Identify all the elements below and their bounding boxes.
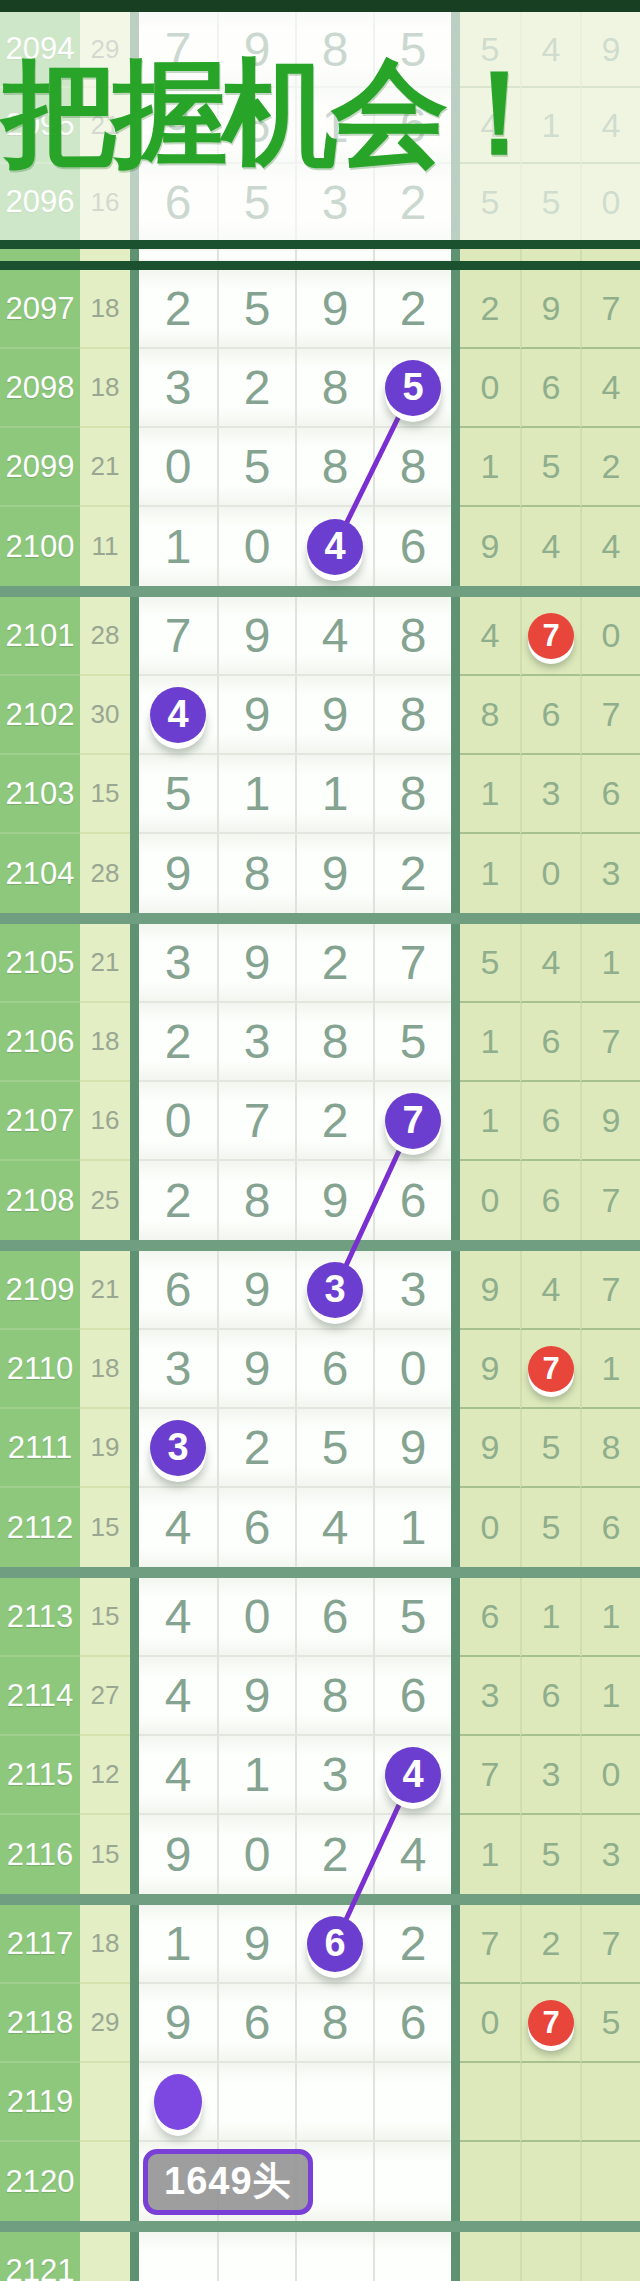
sum-cell: 30 <box>80 676 130 755</box>
table-row: 2103 15 5 1 1 8 1 3 6 <box>0 755 640 834</box>
digit-cell-3: 8 <box>295 1984 373 2063</box>
digit-cell-1: 3 <box>139 924 217 1003</box>
digit-cell-3: 3 <box>295 1736 373 1815</box>
table-row: 2118 29 9 6 8 6 0 7 5 <box>0 1984 640 2063</box>
extra-cell-3: 1 <box>580 1657 640 1736</box>
extra-cell-1: 1 <box>460 428 520 507</box>
digit-cell-2: 5 <box>217 270 295 349</box>
block-border-right <box>451 270 460 349</box>
purple-circle: 7 <box>385 1093 441 1149</box>
period-cell: 2108 <box>0 1161 80 1240</box>
group-separator <box>0 1894 640 1905</box>
digit-cell-3: 8 <box>295 428 373 507</box>
period-cell: 2101 <box>0 597 80 676</box>
extra-cell-3: 2 <box>580 428 640 507</box>
digit-cell-2: 9 <box>217 12 295 88</box>
period-cell: 2096 <box>0 164 80 240</box>
table-row: 2115 12 4 1 3 4 7 3 0 <box>0 1736 640 1815</box>
digit-cell-1: 0 <box>139 428 217 507</box>
extra-cell-1: 8 <box>460 676 520 755</box>
digit-cell-4: 5 <box>373 1578 451 1657</box>
block-border-right <box>451 428 460 507</box>
block-border-left <box>130 755 139 834</box>
table-row: 2113 15 4 0 6 5 6 1 1 <box>0 1578 640 1657</box>
digit-cell-1: 5 <box>139 755 217 834</box>
digit-cell-4: 6 <box>373 1657 451 1736</box>
digit-cell-3 <box>295 2063 373 2142</box>
sum-cell: 18 <box>80 1905 130 1984</box>
block-border-left <box>130 597 139 676</box>
block-border-right <box>451 1815 460 1894</box>
period-cell: 2112 <box>0 1488 80 1567</box>
sum-cell: 28 <box>80 597 130 676</box>
extra-cell-1: 9 <box>460 1330 520 1409</box>
digit-cell-3: 9 <box>295 676 373 755</box>
block-border-right <box>451 1905 460 1984</box>
extra-cell-2: 5 <box>520 1488 580 1567</box>
digit-cell-2: 9 <box>217 1905 295 1984</box>
prediction-badge: 1649头 <box>143 2149 313 2215</box>
digit-cell-1: 6 <box>139 1251 217 1330</box>
block-border-right <box>451 1657 460 1736</box>
group-separator <box>0 1567 640 1578</box>
digit-cell-2: 9 <box>217 1657 295 1736</box>
extra-cell-2: 5 <box>520 428 580 507</box>
digit-cell-1: 9 <box>139 834 217 913</box>
digit-cell-1 <box>139 2063 217 2142</box>
block-border-right <box>451 164 460 240</box>
group-separator <box>0 1240 640 1251</box>
extra-cell-3: 6 <box>580 755 640 834</box>
block-border-right <box>451 1082 460 1161</box>
period-cell: 2116 <box>0 1815 80 1894</box>
digit-cell-4: 9 <box>373 1409 451 1488</box>
table-row: 2098 18 3 2 8 5 0 6 4 <box>0 349 640 428</box>
extra-cell-2: 3 <box>520 1736 580 1815</box>
block-border-right <box>451 1330 460 1409</box>
extra-cell-2: 4 <box>520 1251 580 1330</box>
digit-cell-1: 3 <box>139 1409 217 1488</box>
digit-cell-3: 2 <box>295 1815 373 1894</box>
extra-cell-1: 4 <box>460 597 520 676</box>
extra-cell-3: 3 <box>580 1815 640 1894</box>
table-row: 2100 11 1 0 4 6 9 4 4 <box>0 507 640 586</box>
table-row: 2099 21 0 5 8 8 1 5 2 <box>0 428 640 507</box>
block-border-left <box>130 88 139 164</box>
period-cell: 2106 <box>0 1003 80 1082</box>
table-row: 2105 21 3 9 2 7 5 4 1 <box>0 924 640 1003</box>
extra-cell-2: 4 <box>520 507 580 586</box>
extra-cell-1: 0 <box>460 1488 520 1567</box>
block-border-left <box>130 270 139 349</box>
extra-cell-1: 5 <box>460 164 520 240</box>
trend-table: 2097 18 2 5 9 2 2 9 7 2098 18 3 2 8 5 0 … <box>0 270 640 2281</box>
block-border-right <box>451 507 460 586</box>
sum-cell: 15 <box>80 1488 130 1567</box>
extra-cell-3: 7 <box>580 1003 640 1082</box>
digit-cell-3: 8 <box>295 1657 373 1736</box>
block-border-left <box>130 924 139 1003</box>
digit-cell-3: 8 <box>295 349 373 428</box>
digit-cell-2: 1 <box>217 755 295 834</box>
block-border-right <box>451 834 460 913</box>
digit-cell-2: 2 <box>217 349 295 428</box>
block-border-left <box>130 1409 139 1488</box>
sum-cell: 18 <box>80 349 130 428</box>
digit-cell-1: 4 <box>139 1578 217 1657</box>
sum-cell: 15 <box>80 1578 130 1657</box>
extra-cell-1 <box>460 2232 520 2281</box>
table-row: 2096 16 6 5 3 2 5 5 0 <box>0 164 640 240</box>
period-cell: 2119 <box>0 2063 80 2142</box>
digit-cell-2: 6 <box>217 1984 295 2063</box>
red-circle: 7 <box>528 2000 574 2046</box>
digit-cell-4 <box>373 2142 451 2221</box>
extra-cell-2: 4 <box>520 12 580 88</box>
block-border-right <box>451 597 460 676</box>
extra-cell-3: 0 <box>580 164 640 240</box>
digit-cell-2: 5 <box>217 428 295 507</box>
block-border-right <box>451 1736 460 1815</box>
digit-cell-3: 6 <box>295 1905 373 1984</box>
block-border-left <box>130 1003 139 1082</box>
digit-cell-2: 5 <box>217 88 295 164</box>
sum-cell: 15 <box>80 755 130 834</box>
extra-cell-2: 9 <box>520 270 580 349</box>
digit-cell-3: 8 <box>295 1003 373 1082</box>
block-border-left <box>130 1736 139 1815</box>
period-cell: 2113 <box>0 1578 80 1657</box>
block-border-right <box>451 88 460 164</box>
purple-circle: 4 <box>150 687 206 743</box>
period-cell: 2100 <box>0 507 80 586</box>
table-row: 2117 18 1 9 6 2 7 2 7 <box>0 1905 640 1984</box>
digit-cell-3: 9 <box>295 270 373 349</box>
digit-cell-4: 6 <box>373 1984 451 2063</box>
sum-cell: 18 <box>80 1330 130 1409</box>
block-border-right <box>451 349 460 428</box>
sum-cell: 21 <box>80 88 130 164</box>
digit-cell-1: 4 <box>139 1736 217 1815</box>
block-border-left <box>130 1905 139 1984</box>
period-cell: 2120 <box>0 2142 80 2221</box>
digit-cell-4: 1 <box>373 1488 451 1567</box>
faded-history-section: 2094 29 7 9 8 5 5 4 9 2095 21 9 5 1 6 4 … <box>0 12 640 240</box>
sum-cell: 18 <box>80 270 130 349</box>
table-row: 2114 27 4 9 8 6 3 6 1 <box>0 1657 640 1736</box>
extra-cell-3: 7 <box>580 270 640 349</box>
sum-cell: 21 <box>80 1251 130 1330</box>
sum-cell: 19 <box>80 1409 130 1488</box>
extra-cell-1: 0 <box>460 349 520 428</box>
extra-cell-3: 5 <box>580 1984 640 2063</box>
extra-cell-2: 5 <box>520 1815 580 1894</box>
group-separator <box>0 2221 640 2232</box>
digit-cell-3: 4 <box>295 507 373 586</box>
period-cell: 2099 <box>0 428 80 507</box>
extra-cell-3 <box>580 249 640 261</box>
table-row <box>0 249 640 261</box>
extra-cell-1: 7 <box>460 1736 520 1815</box>
extra-cell-1: 9 <box>460 1251 520 1330</box>
extra-cell-3: 7 <box>580 1905 640 1984</box>
digit-cell-4: 2 <box>373 270 451 349</box>
digit-cell-4: 6 <box>373 1161 451 1240</box>
digit-cell-2: 6 <box>217 1488 295 1567</box>
extra-cell-2 <box>520 2063 580 2142</box>
extra-cell-1: 5 <box>460 12 520 88</box>
extra-cell-2: 4 <box>520 924 580 1003</box>
purple-circle: 5 <box>385 360 441 416</box>
block-border-right <box>451 2063 460 2142</box>
table-row: 2097 18 2 5 9 2 2 9 7 <box>0 270 640 349</box>
extra-cell-2: 6 <box>520 1657 580 1736</box>
sum-cell: 16 <box>80 164 130 240</box>
table-row: 2119 <box>0 2063 640 2142</box>
table-row: 2094 29 7 9 8 5 5 4 9 <box>0 12 640 88</box>
digit-cell-2: 9 <box>217 676 295 755</box>
period-cell: 2103 <box>0 755 80 834</box>
sum-cell: 28 <box>80 834 130 913</box>
extra-cell-3: 6 <box>580 1488 640 1567</box>
block-border-right <box>451 1409 460 1488</box>
digit-cell-1: 2 <box>139 1161 217 1240</box>
block-border-left <box>130 428 139 507</box>
digit-cell-4: 6 <box>373 507 451 586</box>
extra-cell-2: 5 <box>520 1409 580 1488</box>
group-separator <box>0 586 640 597</box>
extra-cell-2: 7 <box>520 597 580 676</box>
digit-cell-4: 5 <box>373 349 451 428</box>
digit-cell-2 <box>217 2063 295 2142</box>
extra-cell-1: 9 <box>460 507 520 586</box>
digit-cell-3: 3 <box>295 1251 373 1330</box>
period-cell: 2095 <box>0 88 80 164</box>
block-border-left <box>130 507 139 586</box>
extra-cell-1: 1 <box>460 1815 520 1894</box>
extra-cell-3: 1 <box>580 1578 640 1657</box>
extra-cell-2: 1 <box>520 1578 580 1657</box>
digit-cell-4 <box>373 249 451 261</box>
period-cell: 2098 <box>0 349 80 428</box>
block-border-right <box>451 1984 460 2063</box>
extra-cell-1: 3 <box>460 1657 520 1736</box>
digit-cell-2: 9 <box>217 597 295 676</box>
block-border-left <box>130 1815 139 1894</box>
digit-cell-1: 1 <box>139 507 217 586</box>
digit-cell-1: 4 <box>139 676 217 755</box>
extra-cell-3: 1 <box>580 1330 640 1409</box>
period-cell <box>0 249 80 261</box>
digit-cell-1: 3 <box>139 349 217 428</box>
extra-cell-3 <box>580 2232 640 2281</box>
extra-cell-3: 9 <box>580 12 640 88</box>
purple-circle: 6 <box>307 1916 363 1972</box>
extra-cell-3 <box>580 2142 640 2221</box>
digit-cell-4: 8 <box>373 755 451 834</box>
extra-cell-3: 1 <box>580 924 640 1003</box>
split-gap-row <box>0 249 640 261</box>
block-border-left <box>130 2063 139 2142</box>
digit-cell-4: 2 <box>373 1905 451 1984</box>
digit-cell-4: 5 <box>373 12 451 88</box>
red-circle: 7 <box>528 613 574 659</box>
block-border-right <box>451 249 460 261</box>
extra-cell-2: 2 <box>520 1905 580 1984</box>
block-border-left <box>130 1330 139 1409</box>
table-row: 2121 <box>0 2232 640 2281</box>
block-border-left <box>130 834 139 913</box>
extra-cell-1: 0 <box>460 1984 520 2063</box>
digit-cell-1: 7 <box>139 597 217 676</box>
extra-cell-2: 3 <box>520 755 580 834</box>
block-border-right <box>451 1578 460 1657</box>
extra-cell-2: 0 <box>520 834 580 913</box>
block-border-right <box>451 676 460 755</box>
digit-cell-3: 9 <box>295 834 373 913</box>
digit-cell-2: 9 <box>217 924 295 1003</box>
split-rule-bottom <box>0 261 640 270</box>
table-row: 2102 30 4 9 9 8 8 6 7 <box>0 676 640 755</box>
sum-cell: 27 <box>80 1657 130 1736</box>
extra-cell-3: 9 <box>580 1082 640 1161</box>
digit-cell-3: 4 <box>295 1488 373 1567</box>
extra-cell-3: 3 <box>580 834 640 913</box>
digit-cell-1: 2 <box>139 1003 217 1082</box>
digit-cell-1: 9 <box>139 1815 217 1894</box>
table-row: 2104 28 9 8 9 2 1 0 3 <box>0 834 640 913</box>
block-border-left <box>130 349 139 428</box>
extra-cell-2 <box>520 249 580 261</box>
block-border-right <box>451 1488 460 1567</box>
digit-cell-3: 1 <box>295 755 373 834</box>
extra-cell-3: 7 <box>580 676 640 755</box>
digit-cell-3: 1 <box>295 88 373 164</box>
group-separator <box>0 913 640 924</box>
digit-cell-1: 3 <box>139 1330 217 1409</box>
extra-cell-2: 6 <box>520 349 580 428</box>
digit-cell-3: 3 <box>295 164 373 240</box>
block-border-left <box>130 12 139 88</box>
digit-cell-4: 2 <box>373 834 451 913</box>
block-border-right <box>451 1161 460 1240</box>
block-border-left <box>130 1161 139 1240</box>
block-border-left <box>130 1251 139 1330</box>
digit-cell-3: 2 <box>295 924 373 1003</box>
period-cell: 2107 <box>0 1082 80 1161</box>
extra-cell-2: 7 <box>520 1984 580 2063</box>
period-cell: 2104 <box>0 834 80 913</box>
table-row: 2120 1649头 <box>0 2142 640 2221</box>
digit-cell-4: 7 <box>373 924 451 1003</box>
digit-cell-4 <box>373 2063 451 2142</box>
extra-cell-3: 0 <box>580 597 640 676</box>
table-row: 2107 16 0 7 2 7 1 6 9 <box>0 1082 640 1161</box>
extra-cell-2 <box>520 2232 580 2281</box>
extra-cell-1 <box>460 249 520 261</box>
digit-cell-4: 4 <box>373 1736 451 1815</box>
period-cell: 2094 <box>0 12 80 88</box>
sum-cell <box>80 2142 130 2221</box>
block-border-right <box>451 755 460 834</box>
digit-cell-2: 0 <box>217 1815 295 1894</box>
period-cell: 2109 <box>0 1251 80 1330</box>
extra-cell-2: 6 <box>520 1003 580 1082</box>
digit-cell-2: 1 <box>217 1736 295 1815</box>
purple-circle: 3 <box>150 1420 206 1476</box>
block-border-left <box>130 2232 139 2281</box>
table-row: 2112 15 4 6 4 1 0 5 6 <box>0 1488 640 1567</box>
extra-cell-1: 6 <box>460 1578 520 1657</box>
block-border-right <box>451 2232 460 2281</box>
extra-cell-1: 1 <box>460 1003 520 1082</box>
block-border-right <box>451 924 460 1003</box>
digit-cell-1 <box>139 249 217 261</box>
blank-prediction-circle <box>154 2074 202 2130</box>
digit-cell-4: 2 <box>373 164 451 240</box>
table-row: 2116 15 9 0 2 4 1 5 3 <box>0 1815 640 1894</box>
extra-cell-3: 4 <box>580 349 640 428</box>
block-border-left <box>130 1984 139 2063</box>
extra-cell-1: 4 <box>460 88 520 164</box>
extra-cell-1: 1 <box>460 834 520 913</box>
sum-cell <box>80 2232 130 2281</box>
extra-cell-2: 6 <box>520 1161 580 1240</box>
block-border-left <box>130 249 139 261</box>
extra-cell-3: 7 <box>580 1161 640 1240</box>
sum-cell: 15 <box>80 1815 130 1894</box>
period-cell: 2114 <box>0 1657 80 1736</box>
digit-cell-2: 9 <box>217 1330 295 1409</box>
block-border-right <box>451 1251 460 1330</box>
block-border-left <box>130 1488 139 1567</box>
block-border-left <box>130 2142 139 2221</box>
digit-cell-4: 4 <box>373 1815 451 1894</box>
digit-cell-4: 0 <box>373 1330 451 1409</box>
extra-cell-1: 1 <box>460 1082 520 1161</box>
extra-cell-2: 1 <box>520 88 580 164</box>
purple-circle: 4 <box>385 1747 441 1803</box>
sum-cell: 29 <box>80 12 130 88</box>
top-dark-rule <box>0 0 640 12</box>
extra-cell-2: 6 <box>520 1082 580 1161</box>
digit-cell-2: 5 <box>217 164 295 240</box>
table-row: 2110 18 3 9 6 0 9 7 1 <box>0 1330 640 1409</box>
extra-cell-2: 5 <box>520 164 580 240</box>
purple-circle: 4 <box>307 519 363 575</box>
period-cell: 2111 <box>0 1409 80 1488</box>
extra-cell-1: 2 <box>460 270 520 349</box>
extra-cell-1: 9 <box>460 1409 520 1488</box>
table-row: 2111 19 3 2 5 9 9 5 8 <box>0 1409 640 1488</box>
extra-cell-2: 6 <box>520 676 580 755</box>
table-row: 2108 25 2 8 9 6 0 6 7 <box>0 1161 640 1240</box>
sum-cell <box>80 2063 130 2142</box>
extra-cell-3: 4 <box>580 507 640 586</box>
extra-cell-3: 4 <box>580 88 640 164</box>
lottery-trend-chart: 2094 29 7 9 8 5 5 4 9 2095 21 9 5 1 6 4 … <box>0 0 640 2281</box>
red-circle: 7 <box>528 1346 574 1392</box>
table-row: 2106 18 2 3 8 5 1 6 7 <box>0 1003 640 1082</box>
digit-cell-2: 8 <box>217 1161 295 1240</box>
extra-cell-1 <box>460 2063 520 2142</box>
digit-cell-3: 2 <box>295 1082 373 1161</box>
sum-cell: 29 <box>80 1984 130 2063</box>
block-border-left <box>130 1082 139 1161</box>
split-rule-top <box>0 240 640 249</box>
digit-cell-4: 3 <box>373 1251 451 1330</box>
period-cell: 2118 <box>0 1984 80 2063</box>
